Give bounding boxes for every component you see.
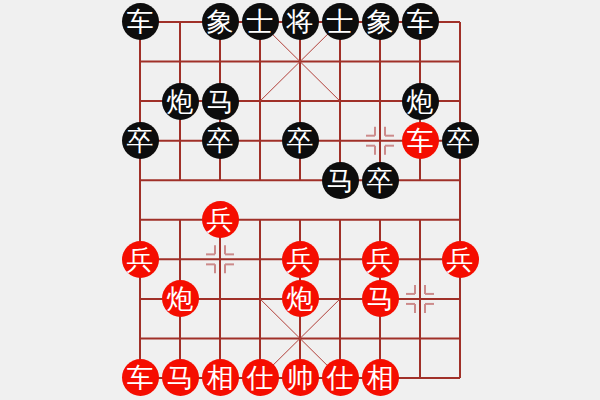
red-soldier-piece[interactable]: 兵 bbox=[202, 201, 239, 238]
black-advisor-piece[interactable]: 士 bbox=[322, 3, 359, 40]
board-point-c2r2[interactable]: 马 bbox=[200, 81, 240, 121]
black-soldier-piece[interactable]: 卒 bbox=[122, 122, 159, 159]
board-point-c2r9[interactable]: 相 bbox=[200, 358, 240, 398]
black-soldier-piece[interactable]: 卒 bbox=[362, 162, 399, 199]
board-point-c5r8[interactable] bbox=[320, 319, 360, 359]
board-point-c7r6[interactable] bbox=[400, 239, 440, 279]
board-point-c5r0[interactable]: 士 bbox=[320, 2, 360, 42]
board-point-c2r1[interactable] bbox=[200, 42, 240, 82]
board-point-c1r2[interactable]: 炮 bbox=[160, 81, 200, 121]
red-horse-piece[interactable]: 马 bbox=[362, 280, 399, 317]
board-point-c6r1[interactable] bbox=[360, 42, 400, 82]
board-point-c0r5[interactable] bbox=[120, 200, 160, 240]
board-point-c7r8[interactable] bbox=[400, 319, 440, 359]
board-point-c2r5[interactable]: 兵 bbox=[200, 200, 240, 240]
board-point-c1r6[interactable] bbox=[160, 239, 200, 279]
board-point-c3r4[interactable] bbox=[240, 160, 280, 200]
board-point-c8r8[interactable] bbox=[440, 319, 480, 359]
board-point-c7r3[interactable]: 车 bbox=[400, 121, 440, 161]
board-point-c4r3[interactable]: 卒 bbox=[280, 121, 320, 161]
board-point-c7r7[interactable] bbox=[400, 279, 440, 319]
board-point-c8r4[interactable] bbox=[440, 160, 480, 200]
board-point-c4r4[interactable] bbox=[280, 160, 320, 200]
black-advisor-piece[interactable]: 士 bbox=[242, 3, 279, 40]
black-soldier-piece[interactable]: 卒 bbox=[202, 122, 239, 159]
red-elephant-piece[interactable]: 相 bbox=[362, 359, 399, 396]
board-point-c6r7[interactable]: 马 bbox=[360, 279, 400, 319]
board-point-c8r9[interactable] bbox=[440, 358, 480, 398]
red-general-piece[interactable]: 帅 bbox=[282, 359, 319, 396]
board-point-c0r1[interactable] bbox=[120, 42, 160, 82]
board-point-c0r6[interactable]: 兵 bbox=[120, 239, 160, 279]
board-point-c7r2[interactable]: 炮 bbox=[400, 81, 440, 121]
board-point-c5r9[interactable]: 仕 bbox=[320, 358, 360, 398]
board-point-c3r9[interactable]: 仕 bbox=[240, 358, 280, 398]
red-horse-piece[interactable]: 马 bbox=[162, 359, 199, 396]
black-cannon-piece[interactable]: 炮 bbox=[402, 83, 439, 120]
board-point-c3r3[interactable] bbox=[240, 121, 280, 161]
black-soldier-piece[interactable]: 卒 bbox=[282, 122, 319, 159]
board-point-c2r7[interactable] bbox=[200, 279, 240, 319]
board-point-c2r0[interactable]: 象 bbox=[200, 2, 240, 42]
board-point-c6r2[interactable] bbox=[360, 81, 400, 121]
board-point-c1r4[interactable] bbox=[160, 160, 200, 200]
board-point-c8r7[interactable] bbox=[440, 279, 480, 319]
board-point-c4r5[interactable] bbox=[280, 200, 320, 240]
board-point-c6r9[interactable]: 相 bbox=[360, 358, 400, 398]
black-horse-piece[interactable]: 马 bbox=[322, 162, 359, 199]
board-point-c0r7[interactable] bbox=[120, 279, 160, 319]
black-elephant-piece[interactable]: 象 bbox=[362, 3, 399, 40]
black-horse-piece[interactable]: 马 bbox=[202, 83, 239, 120]
board-point-c5r6[interactable] bbox=[320, 239, 360, 279]
red-advisor-piece[interactable]: 仕 bbox=[242, 359, 279, 396]
board-point-c7r5[interactable] bbox=[400, 200, 440, 240]
board-point-c7r1[interactable] bbox=[400, 42, 440, 82]
board-point-c2r3[interactable]: 卒 bbox=[200, 121, 240, 161]
red-soldier-piece[interactable]: 兵 bbox=[282, 241, 319, 278]
board-point-c0r8[interactable] bbox=[120, 319, 160, 359]
board-point-c3r2[interactable] bbox=[240, 81, 280, 121]
board-point-c0r4[interactable] bbox=[120, 160, 160, 200]
black-general-piece[interactable]: 将 bbox=[282, 3, 319, 40]
board-point-c3r5[interactable] bbox=[240, 200, 280, 240]
board-point-c7r4[interactable] bbox=[400, 160, 440, 200]
red-chariot-piece[interactable]: 车 bbox=[122, 359, 159, 396]
red-advisor-piece[interactable]: 仕 bbox=[322, 359, 359, 396]
board-point-c3r8[interactable] bbox=[240, 319, 280, 359]
board-point-c4r0[interactable]: 将 bbox=[280, 2, 320, 42]
board-point-c5r7[interactable] bbox=[320, 279, 360, 319]
board-point-c2r6[interactable] bbox=[200, 239, 240, 279]
board-point-c1r9[interactable]: 马 bbox=[160, 358, 200, 398]
board-point-c3r1[interactable] bbox=[240, 42, 280, 82]
board-point-c1r8[interactable] bbox=[160, 319, 200, 359]
board-point-c0r9[interactable]: 车 bbox=[120, 358, 160, 398]
red-soldier-piece[interactable]: 兵 bbox=[362, 241, 399, 278]
board-point-c8r6[interactable]: 兵 bbox=[440, 239, 480, 279]
board-point-c6r0[interactable]: 象 bbox=[360, 2, 400, 42]
board-point-c2r8[interactable] bbox=[200, 319, 240, 359]
board-point-c8r1[interactable] bbox=[440, 42, 480, 82]
board-point-c1r0[interactable] bbox=[160, 2, 200, 42]
red-chariot-piece[interactable]: 车 bbox=[402, 122, 439, 159]
board-point-c0r2[interactable] bbox=[120, 81, 160, 121]
board-point-c3r6[interactable] bbox=[240, 239, 280, 279]
board-point-c5r2[interactable] bbox=[320, 81, 360, 121]
board-point-c0r0[interactable]: 车 bbox=[120, 2, 160, 42]
board-point-c7r0[interactable]: 车 bbox=[400, 2, 440, 42]
board-point-c4r7[interactable]: 炮 bbox=[280, 279, 320, 319]
xiangqi-app-canvas: 车象士将士象车炮马炮卒卒卒车卒马卒兵兵兵兵兵炮炮马车马相仕帅仕相 bbox=[0, 0, 600, 400]
board-point-c3r7[interactable] bbox=[240, 279, 280, 319]
black-elephant-piece[interactable]: 象 bbox=[202, 3, 239, 40]
board-point-c4r8[interactable] bbox=[280, 319, 320, 359]
xiangqi-board: 车象士将士象车炮马炮卒卒卒车卒马卒兵兵兵兵兵炮炮马车马相仕帅仕相 bbox=[120, 2, 480, 398]
board-point-c3r0[interactable]: 士 bbox=[240, 2, 280, 42]
board-point-c2r4[interactable] bbox=[200, 160, 240, 200]
board-point-c6r3[interactable] bbox=[360, 121, 400, 161]
board-point-c5r3[interactable] bbox=[320, 121, 360, 161]
board-point-c4r9[interactable]: 帅 bbox=[280, 358, 320, 398]
board-point-c6r4[interactable]: 卒 bbox=[360, 160, 400, 200]
board-point-c1r3[interactable] bbox=[160, 121, 200, 161]
board-point-c4r6[interactable]: 兵 bbox=[280, 239, 320, 279]
red-cannon-piece[interactable]: 炮 bbox=[162, 280, 199, 317]
board-point-c1r1[interactable] bbox=[160, 42, 200, 82]
board-point-c8r5[interactable] bbox=[440, 200, 480, 240]
red-soldier-piece[interactable]: 兵 bbox=[442, 241, 479, 278]
board-point-c7r9[interactable] bbox=[400, 358, 440, 398]
red-elephant-piece[interactable]: 相 bbox=[202, 359, 239, 396]
black-chariot-piece[interactable]: 车 bbox=[402, 3, 439, 40]
board-point-c4r2[interactable] bbox=[280, 81, 320, 121]
board-point-c6r8[interactable] bbox=[360, 319, 400, 359]
board-point-c5r5[interactable] bbox=[320, 200, 360, 240]
black-chariot-piece[interactable]: 车 bbox=[122, 3, 159, 40]
board-point-c8r0[interactable] bbox=[440, 2, 480, 42]
board-point-c6r6[interactable]: 兵 bbox=[360, 239, 400, 279]
red-cannon-piece[interactable]: 炮 bbox=[282, 280, 319, 317]
board-point-c4r1[interactable] bbox=[280, 42, 320, 82]
board-point-c5r1[interactable] bbox=[320, 42, 360, 82]
board-point-c0r3[interactable]: 卒 bbox=[120, 121, 160, 161]
board-point-c8r2[interactable] bbox=[440, 81, 480, 121]
red-soldier-piece[interactable]: 兵 bbox=[122, 241, 159, 278]
board-point-c6r5[interactable] bbox=[360, 200, 400, 240]
black-cannon-piece[interactable]: 炮 bbox=[162, 83, 199, 120]
board-point-c5r4[interactable]: 马 bbox=[320, 160, 360, 200]
board-point-c1r5[interactable] bbox=[160, 200, 200, 240]
black-soldier-piece[interactable]: 卒 bbox=[442, 122, 479, 159]
board-point-c8r3[interactable]: 卒 bbox=[440, 121, 480, 161]
board-point-c1r7[interactable]: 炮 bbox=[160, 279, 200, 319]
